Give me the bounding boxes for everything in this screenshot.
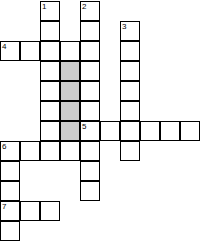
crossword-cell[interactable] — [80, 61, 100, 81]
crossword-cell[interactable] — [0, 181, 20, 201]
crossword-cell[interactable] — [120, 61, 140, 81]
crossword-cell[interactable] — [40, 41, 60, 61]
crossword-cell[interactable] — [40, 121, 60, 141]
crossword-cell[interactable] — [80, 181, 100, 201]
clue-number-2: 2 — [82, 2, 86, 11]
clue-number-4: 4 — [2, 42, 6, 51]
crossword-cell[interactable] — [120, 101, 140, 121]
crossword-cell-shaded[interactable] — [60, 121, 80, 141]
crossword-cell[interactable] — [80, 141, 100, 161]
crossword-cell[interactable] — [80, 41, 100, 61]
crossword-cell[interactable] — [120, 121, 140, 141]
crossword-cell[interactable] — [40, 101, 60, 121]
crossword-cell[interactable] — [140, 121, 160, 141]
crossword-cell-shaded[interactable] — [60, 101, 80, 121]
crossword-cell[interactable] — [40, 61, 60, 81]
crossword-cell[interactable]: 1 — [40, 1, 60, 21]
crossword-grid: 1234567 — [0, 1, 200, 241]
crossword-cell[interactable]: 4 — [0, 41, 20, 61]
crossword-cell[interactable] — [120, 141, 140, 161]
crossword-cell[interactable] — [40, 141, 60, 161]
crossword-cell[interactable]: 2 — [80, 1, 100, 21]
crossword-cell[interactable] — [80, 81, 100, 101]
crossword-cell[interactable] — [0, 161, 20, 181]
crossword-cell[interactable] — [120, 41, 140, 61]
crossword-cell[interactable] — [120, 81, 140, 101]
crossword-cell[interactable] — [20, 41, 40, 61]
crossword-cell[interactable]: 6 — [0, 141, 20, 161]
crossword-cell-shaded[interactable] — [60, 61, 80, 81]
crossword-cell[interactable] — [40, 81, 60, 101]
crossword-cell[interactable] — [60, 41, 80, 61]
crossword-cell[interactable] — [60, 141, 80, 161]
crossword-cell[interactable] — [20, 141, 40, 161]
crossword-cell-shaded[interactable] — [60, 81, 80, 101]
crossword-cell[interactable] — [180, 121, 200, 141]
clue-number-3: 3 — [122, 22, 126, 31]
clue-number-5: 5 — [82, 122, 86, 131]
crossword-cell[interactable] — [40, 21, 60, 41]
crossword-cell[interactable] — [40, 201, 60, 221]
clue-number-7: 7 — [2, 202, 6, 211]
crossword-cell[interactable] — [100, 121, 120, 141]
crossword-cell[interactable] — [80, 161, 100, 181]
crossword-cell[interactable]: 5 — [80, 121, 100, 141]
crossword-cell[interactable] — [80, 101, 100, 121]
clue-number-1: 1 — [42, 2, 46, 11]
crossword-cell[interactable] — [0, 221, 20, 241]
clue-number-6: 6 — [2, 142, 6, 151]
crossword-cell[interactable]: 3 — [120, 21, 140, 41]
crossword-cell[interactable] — [160, 121, 180, 141]
crossword-cell[interactable] — [80, 21, 100, 41]
crossword-cell[interactable] — [20, 201, 40, 221]
crossword-cell[interactable]: 7 — [0, 201, 20, 221]
